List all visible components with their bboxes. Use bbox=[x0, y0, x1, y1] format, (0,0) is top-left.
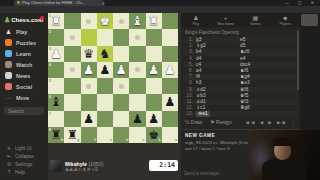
square-e5[interactable] bbox=[97, 78, 113, 94]
move-hint-dot bbox=[70, 35, 75, 40]
search-input[interactable]: Search bbox=[4, 107, 44, 115]
panel-scrollbar[interactable] bbox=[297, 30, 299, 90]
piece-white-king[interactable]: ♚ bbox=[97, 13, 113, 29]
sidebar-item-label: News bbox=[16, 73, 30, 79]
sidebar-item-more[interactable]: ⋯More bbox=[0, 92, 48, 103]
watch-icon bbox=[5, 61, 12, 68]
square-e1[interactable]: ♚ bbox=[97, 13, 113, 29]
square-h3[interactable]: 3♟ bbox=[48, 46, 64, 62]
square-a1[interactable] bbox=[162, 13, 178, 29]
sidebar-footer-label: Help bbox=[15, 170, 25, 175]
streamer-body bbox=[262, 158, 306, 180]
player-clock: 2:14 bbox=[149, 160, 178, 171]
square-c7[interactable]: ♟ bbox=[129, 111, 145, 127]
square-f7[interactable]: ♟ bbox=[81, 111, 97, 127]
piece-white-pawn[interactable]: ♟ bbox=[146, 62, 162, 78]
piece-white-pawn[interactable]: ♟ bbox=[162, 62, 178, 78]
game-area: mgk_98 (1651) ♟♟♟♞♝ 2:18 1♜♚♝♜23♟♛♞4♟♟♟♟… bbox=[48, 13, 181, 180]
learn-icon bbox=[5, 50, 12, 57]
file-label: b bbox=[159, 138, 161, 142]
tab-title: Play Chess Online for FREE - Ch… bbox=[22, 0, 85, 5]
file-label: f bbox=[95, 138, 96, 142]
square-c8[interactable]: c bbox=[129, 127, 145, 143]
square-e6[interactable] bbox=[97, 94, 113, 110]
square-h2[interactable]: 2 bbox=[48, 29, 64, 45]
panel-tab-new-game[interactable]: +New Game bbox=[211, 15, 241, 26]
move-nav-buttons[interactable]: ◀◀ ◀ ▶ ▶▶ bbox=[245, 120, 288, 125]
square-e4[interactable]: ♟ bbox=[97, 62, 113, 78]
move-hint-dot bbox=[70, 67, 75, 72]
square-c5[interactable] bbox=[129, 78, 145, 94]
piece-white-rook[interactable]: ♜ bbox=[146, 13, 162, 29]
rank-label: 3 bbox=[49, 47, 51, 51]
square-d6[interactable] bbox=[113, 94, 129, 110]
piece-white-bishop[interactable]: ♝ bbox=[129, 13, 145, 29]
square-g7[interactable] bbox=[64, 111, 80, 127]
square-b3[interactable] bbox=[146, 46, 162, 62]
square-d1[interactable] bbox=[113, 13, 129, 29]
square-g3[interactable] bbox=[64, 46, 80, 62]
square-f8[interactable]: f bbox=[81, 127, 97, 143]
square-e7[interactable] bbox=[97, 111, 113, 127]
sidebar-item-play[interactable]: ♟Play bbox=[0, 26, 48, 37]
file-label: g bbox=[77, 138, 79, 142]
square-a7[interactable] bbox=[162, 111, 178, 127]
square-b1[interactable]: ♜ bbox=[146, 13, 162, 29]
square-g6[interactable] bbox=[64, 94, 80, 110]
square-f5[interactable] bbox=[81, 78, 97, 94]
square-a4[interactable]: ♟ bbox=[162, 62, 178, 78]
play-tab-icon: ♟ bbox=[181, 15, 211, 22]
square-g5[interactable] bbox=[64, 78, 80, 94]
favicon bbox=[17, 1, 20, 4]
sidebar-footer-label: Collapse bbox=[15, 154, 34, 159]
square-f2[interactable] bbox=[81, 29, 97, 45]
piece-white-pawn[interactable]: ♟ bbox=[81, 62, 97, 78]
sidebar-item-label: Puzzles bbox=[16, 40, 36, 46]
square-b8[interactable]: b♚ bbox=[146, 127, 162, 143]
streamer-hair bbox=[273, 137, 292, 146]
move-hint-dot bbox=[86, 19, 91, 24]
puzzles-icon bbox=[5, 39, 12, 46]
square-c4[interactable] bbox=[129, 62, 145, 78]
sidebar-item-puzzles[interactable]: Puzzles bbox=[0, 37, 48, 48]
sidebar-item-label: More bbox=[16, 95, 29, 101]
square-d7[interactable] bbox=[113, 111, 129, 127]
more-icon: ⋯ bbox=[5, 94, 12, 101]
panel-tabs: ♟Play+New Game▦Games☻Players bbox=[181, 13, 300, 27]
sidebar-item-news[interactable]: News bbox=[0, 70, 48, 81]
sidebar-footer-light-ui[interactable]: ☀Light UI bbox=[0, 144, 48, 152]
panel-tab-label: Games bbox=[241, 22, 271, 26]
streamer-webcam bbox=[248, 130, 320, 180]
panel-tab-games[interactable]: ▦Games bbox=[241, 15, 271, 26]
file-label: h bbox=[61, 138, 63, 142]
file-label: d bbox=[126, 138, 128, 142]
sidebar-item-social[interactable]: Social bbox=[0, 81, 48, 92]
file-label: a bbox=[175, 138, 177, 142]
panel-tab-play[interactable]: ♟Play bbox=[181, 15, 211, 26]
square-b5[interactable] bbox=[146, 78, 162, 94]
move-hint-dot bbox=[119, 84, 124, 89]
settings-icon: ⚙ bbox=[6, 161, 12, 167]
move-hint-dot bbox=[119, 19, 124, 24]
square-f6[interactable] bbox=[81, 94, 97, 110]
square-h5[interactable]: 5 bbox=[48, 78, 64, 94]
square-g8[interactable]: g♜ bbox=[64, 127, 80, 143]
players-tab-icon: ☻ bbox=[270, 15, 300, 22]
white-move[interactable]: ♔e1 bbox=[196, 111, 240, 117]
square-c6[interactable] bbox=[129, 94, 145, 110]
sidebar-footer-settings[interactable]: ⚙Settings bbox=[0, 160, 48, 168]
square-g2[interactable] bbox=[64, 29, 80, 45]
piece-black-pawn[interactable]: ♟ bbox=[97, 62, 113, 78]
rank-label: 6 bbox=[49, 95, 51, 99]
move-number: 13. bbox=[183, 111, 196, 117]
square-h6[interactable]: 6♝ bbox=[48, 94, 64, 110]
games-tab-icon: ▦ bbox=[241, 15, 271, 22]
square-a3[interactable] bbox=[162, 46, 178, 62]
move-hint-dot bbox=[86, 84, 91, 89]
rank-label: 7 bbox=[49, 112, 51, 116]
square-g1[interactable] bbox=[64, 13, 80, 29]
collapse-icon: ⇤ bbox=[6, 153, 12, 159]
square-d4[interactable]: ♟ bbox=[113, 62, 129, 78]
move-list: 1.g3e52.♗g2d53.b4♞c64.d4e45.c4dxc46.a4♞f… bbox=[181, 37, 300, 117]
rank-label: 5 bbox=[49, 79, 51, 83]
sidebar-item-label: Play bbox=[16, 29, 27, 35]
rank-label: 2 bbox=[49, 30, 51, 34]
sidebar-item-label: Learn bbox=[16, 51, 31, 57]
square-d5[interactable] bbox=[113, 78, 129, 94]
resign-button[interactable]: ⚑ Resign bbox=[210, 119, 231, 125]
square-a8[interactable]: a bbox=[162, 127, 178, 143]
square-f3[interactable]: ♛ bbox=[81, 46, 97, 62]
square-c3[interactable] bbox=[129, 46, 145, 62]
panel-tab-label: Play bbox=[181, 22, 211, 26]
draw-button[interactable]: ½ Draw bbox=[185, 119, 202, 125]
opening-name: King's Fianchetto Opening bbox=[181, 27, 300, 37]
square-b4[interactable]: ♟ bbox=[146, 62, 162, 78]
panel-tab-label: Players bbox=[270, 22, 300, 26]
square-g4[interactable] bbox=[64, 62, 80, 78]
news-icon bbox=[5, 72, 12, 79]
black-move[interactable]: ♜g8 bbox=[240, 105, 284, 111]
square-h4[interactable]: 4 bbox=[48, 62, 64, 78]
square-d8[interactable]: d bbox=[113, 127, 129, 143]
move-hint-dot bbox=[135, 35, 140, 40]
square-h7[interactable]: 7 bbox=[48, 111, 64, 127]
logo-pawn-icon: ♟ bbox=[4, 16, 10, 23]
file-label: c bbox=[143, 138, 145, 142]
player-captured-pieces: ♙♙♙♘♗♕+9 bbox=[65, 167, 98, 172]
rank-label: 1 bbox=[49, 14, 51, 18]
sidebar-footer-label: Light UI bbox=[15, 146, 32, 151]
chesscom-logo[interactable]: ♟Chess.com bbox=[0, 13, 48, 26]
piece-white-pawn[interactable]: ♟ bbox=[113, 62, 129, 78]
move-hint-dot bbox=[135, 67, 140, 72]
sidebar-footer-label: Settings bbox=[15, 162, 32, 167]
rank-label: 8 bbox=[49, 128, 51, 132]
new-game-tab-icon: + bbox=[211, 15, 241, 22]
player-bar: Mikahyle (1650) ♙♙♙♘♗♕+9 2:14 bbox=[49, 159, 180, 180]
sidebar: ♟Chess.com ♟PlayPuzzlesLearnWatchNewsSoc… bbox=[0, 13, 48, 180]
square-c1[interactable]: ♝ bbox=[129, 13, 145, 29]
piece-black-pawn[interactable]: ♟ bbox=[146, 111, 162, 127]
material-advantage: +9 bbox=[92, 167, 98, 172]
sidebar-item-watch[interactable]: Watch bbox=[0, 59, 48, 70]
square-a2[interactable] bbox=[162, 29, 178, 45]
more-options-icon[interactable]: ⋮ bbox=[291, 119, 296, 125]
player-avatar[interactable] bbox=[50, 160, 62, 172]
square-e2[interactable] bbox=[97, 29, 113, 45]
square-c2[interactable] bbox=[129, 29, 145, 45]
piece-black-pawn[interactable]: ♟ bbox=[129, 111, 145, 127]
sidebar-footer-collapse[interactable]: ⇤Collapse bbox=[0, 152, 48, 160]
piece-black-knight[interactable]: ♞ bbox=[97, 46, 113, 62]
piece-black-pawn[interactable]: ♟ bbox=[81, 111, 97, 127]
square-h8[interactable]: 8h♜ bbox=[48, 127, 64, 143]
square-d3[interactable] bbox=[113, 46, 129, 62]
panel-tab-label: New Game bbox=[211, 22, 241, 26]
file-label: e bbox=[110, 138, 112, 142]
rank-label: 4 bbox=[49, 63, 51, 67]
light-ui-icon: ☀ bbox=[6, 145, 12, 151]
square-a5[interactable] bbox=[162, 78, 178, 94]
square-a6[interactable]: ♟ bbox=[162, 94, 178, 110]
sidebar-item-learn[interactable]: Learn bbox=[0, 48, 48, 59]
sidebar-footer: ☀Light UI⇤Collapse⚙Settings?Help bbox=[0, 144, 48, 176]
panel-collapse-button[interactable] bbox=[301, 14, 318, 26]
sidebar-item-label: Social bbox=[16, 84, 32, 90]
square-e8[interactable]: e bbox=[97, 127, 113, 143]
piece-black-pawn[interactable]: ♟ bbox=[162, 94, 178, 110]
sidebar-footer-help[interactable]: ?Help bbox=[0, 168, 48, 176]
notification-badge bbox=[40, 16, 44, 20]
square-e3[interactable]: ♞ bbox=[97, 46, 113, 62]
square-h1[interactable]: 1♜ bbox=[48, 13, 64, 29]
panel-tab-players[interactable]: ☻Players bbox=[270, 15, 300, 26]
square-b6[interactable] bbox=[146, 94, 162, 110]
help-icon: ? bbox=[6, 169, 12, 175]
sidebar-menu: ♟PlayPuzzlesLearnWatchNewsSocial⋯More bbox=[0, 26, 48, 103]
square-b2[interactable] bbox=[146, 29, 162, 45]
square-f1[interactable] bbox=[81, 13, 97, 29]
sidebar-item-label: Watch bbox=[16, 62, 32, 68]
chess-board[interactable]: 1♜♚♝♜23♟♛♞4♟♟♟♟♟56♝♟7♟♟♟8h♜g♜fedcb♚a bbox=[48, 13, 178, 143]
square-b7[interactable]: ♟ bbox=[146, 111, 162, 127]
play-icon: ♟ bbox=[5, 28, 12, 35]
square-d2[interactable] bbox=[113, 29, 129, 45]
social-icon bbox=[5, 83, 12, 90]
piece-black-queen[interactable]: ♛ bbox=[81, 46, 97, 62]
square-f4[interactable]: ♟ bbox=[81, 62, 97, 78]
chat-input[interactable]: Send a message... bbox=[184, 171, 246, 176]
